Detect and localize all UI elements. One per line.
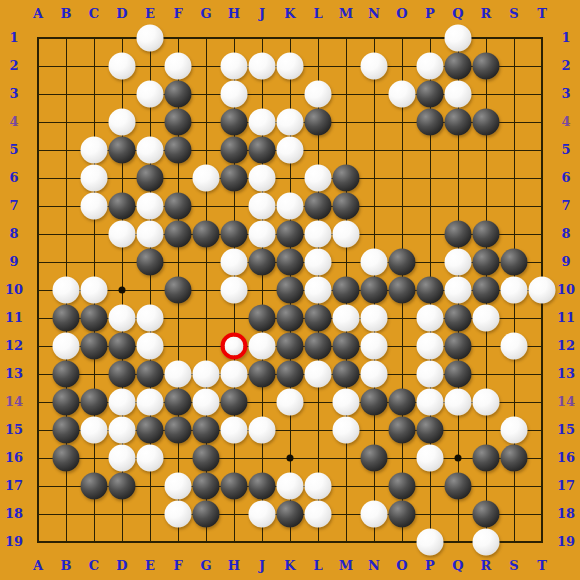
- stone[interactable]: [389, 417, 416, 444]
- stone[interactable]: [445, 25, 472, 52]
- stone[interactable]: [221, 361, 248, 388]
- stone[interactable]: [221, 221, 248, 248]
- stone[interactable]: [137, 25, 164, 52]
- stone[interactable]: [277, 473, 304, 500]
- stone[interactable]: [53, 305, 80, 332]
- stone[interactable]: [277, 305, 304, 332]
- stone[interactable]: [417, 389, 444, 416]
- stone[interactable]: [445, 221, 472, 248]
- stone[interactable]: [109, 445, 136, 472]
- stone[interactable]: [305, 333, 332, 360]
- stone[interactable]: [221, 277, 248, 304]
- stone[interactable]: [193, 417, 220, 444]
- row-label-right-11: 11: [554, 310, 578, 326]
- stone[interactable]: [277, 249, 304, 276]
- row-label-right-17: 17: [554, 478, 578, 494]
- stone[interactable]: [333, 165, 360, 192]
- stone[interactable]: [137, 165, 164, 192]
- stone[interactable]: [333, 221, 360, 248]
- stone[interactable]: [137, 389, 164, 416]
- stone[interactable]: [249, 361, 276, 388]
- stone[interactable]: [137, 221, 164, 248]
- row-label-right-4: 4: [554, 114, 578, 130]
- col-label-top-J: J: [250, 6, 274, 22]
- stone[interactable]: [305, 81, 332, 108]
- row-label-right-10: 10: [554, 282, 578, 298]
- stone[interactable]: [501, 249, 528, 276]
- row-label-right-2: 2: [554, 58, 578, 74]
- stone[interactable]: [445, 81, 472, 108]
- stone[interactable]: [473, 53, 500, 80]
- stone[interactable]: [221, 165, 248, 192]
- stone[interactable]: [277, 53, 304, 80]
- stone[interactable]: [389, 389, 416, 416]
- stone[interactable]: [361, 249, 388, 276]
- stone[interactable]: [305, 109, 332, 136]
- col-label-top-C: C: [82, 6, 106, 22]
- stone[interactable]: [81, 417, 108, 444]
- stone[interactable]: [221, 249, 248, 276]
- stone[interactable]: [417, 277, 444, 304]
- row-label-left-4: 4: [2, 114, 26, 130]
- stone[interactable]: [193, 165, 220, 192]
- row-label-left-12: 12: [2, 338, 26, 354]
- stone[interactable]: [249, 305, 276, 332]
- row-label-right-18: 18: [554, 506, 578, 522]
- stone[interactable]: [305, 361, 332, 388]
- stone[interactable]: [333, 389, 360, 416]
- stone[interactable]: [277, 361, 304, 388]
- col-label-bottom-S: S: [502, 558, 526, 574]
- stone[interactable]: [193, 473, 220, 500]
- stone[interactable]: [249, 473, 276, 500]
- row-label-left-10: 10: [2, 282, 26, 298]
- stone[interactable]: [305, 165, 332, 192]
- stone[interactable]: [417, 333, 444, 360]
- stone[interactable]: [501, 445, 528, 472]
- stone[interactable]: [249, 417, 276, 444]
- stone[interactable]: [221, 53, 248, 80]
- stone[interactable]: [417, 53, 444, 80]
- stone[interactable]: [501, 417, 528, 444]
- row-label-left-13: 13: [2, 366, 26, 382]
- stone[interactable]: [361, 501, 388, 528]
- col-label-top-S: S: [502, 6, 526, 22]
- stone[interactable]: [333, 277, 360, 304]
- row-label-right-16: 16: [554, 450, 578, 466]
- stone[interactable]: [473, 389, 500, 416]
- stone[interactable]: [165, 473, 192, 500]
- row-label-right-19: 19: [554, 534, 578, 550]
- stone[interactable]: [109, 333, 136, 360]
- stone[interactable]: [109, 305, 136, 332]
- col-label-bottom-E: E: [138, 558, 162, 574]
- stone[interactable]: [445, 333, 472, 360]
- stone[interactable]: [221, 473, 248, 500]
- star-point-Q16: [455, 455, 462, 462]
- col-label-top-B: B: [54, 6, 78, 22]
- stone[interactable]: [417, 109, 444, 136]
- stone[interactable]: [361, 333, 388, 360]
- stone[interactable]: [473, 109, 500, 136]
- stone[interactable]: [165, 361, 192, 388]
- stone[interactable]: [361, 389, 388, 416]
- row-label-left-15: 15: [2, 422, 26, 438]
- row-label-right-9: 9: [554, 254, 578, 270]
- stone[interactable]: [249, 193, 276, 220]
- stone[interactable]: [109, 221, 136, 248]
- stone[interactable]: [305, 305, 332, 332]
- stone[interactable]: [473, 249, 500, 276]
- stone[interactable]: [137, 137, 164, 164]
- stone[interactable]: [53, 389, 80, 416]
- stone[interactable]: [193, 501, 220, 528]
- stone[interactable]: [137, 333, 164, 360]
- col-label-top-E: E: [138, 6, 162, 22]
- col-label-top-T: T: [530, 6, 554, 22]
- col-label-top-Q: Q: [446, 6, 470, 22]
- stone[interactable]: [389, 249, 416, 276]
- col-label-bottom-L: L: [306, 558, 330, 574]
- stone[interactable]: [81, 137, 108, 164]
- row-label-right-5: 5: [554, 142, 578, 158]
- col-label-top-L: L: [306, 6, 330, 22]
- stone[interactable]: [417, 361, 444, 388]
- col-label-top-P: P: [418, 6, 442, 22]
- stone[interactable]: [417, 81, 444, 108]
- row-label-right-15: 15: [554, 422, 578, 438]
- stone[interactable]: [249, 501, 276, 528]
- col-label-bottom-A: A: [26, 558, 50, 574]
- stone[interactable]: [445, 305, 472, 332]
- row-label-right-13: 13: [554, 366, 578, 382]
- stone[interactable]: [333, 333, 360, 360]
- stone[interactable]: [53, 361, 80, 388]
- row-label-left-11: 11: [2, 310, 26, 326]
- stone[interactable]: [473, 305, 500, 332]
- stone[interactable]: [249, 165, 276, 192]
- stone[interactable]: [165, 277, 192, 304]
- stone[interactable]: [277, 389, 304, 416]
- col-label-bottom-P: P: [418, 558, 442, 574]
- stone[interactable]: [249, 221, 276, 248]
- stone[interactable]: [193, 361, 220, 388]
- stone[interactable]: [249, 109, 276, 136]
- stone[interactable]: [417, 529, 444, 556]
- last-move-stone[interactable]: [221, 333, 248, 360]
- col-label-bottom-C: C: [82, 558, 106, 574]
- stone[interactable]: [81, 277, 108, 304]
- row-label-right-6: 6: [554, 170, 578, 186]
- col-label-bottom-R: R: [474, 558, 498, 574]
- stone[interactable]: [473, 277, 500, 304]
- stone[interactable]: [277, 193, 304, 220]
- col-label-bottom-B: B: [54, 558, 78, 574]
- stone[interactable]: [277, 333, 304, 360]
- stone[interactable]: [333, 361, 360, 388]
- stone[interactable]: [529, 277, 556, 304]
- stone[interactable]: [277, 109, 304, 136]
- stone[interactable]: [473, 445, 500, 472]
- col-label-top-R: R: [474, 6, 498, 22]
- stone[interactable]: [165, 53, 192, 80]
- stone[interactable]: [361, 445, 388, 472]
- stone[interactable]: [165, 109, 192, 136]
- stone[interactable]: [473, 221, 500, 248]
- stone[interactable]: [137, 305, 164, 332]
- stone[interactable]: [137, 193, 164, 220]
- stone[interactable]: [165, 221, 192, 248]
- col-label-top-F: F: [166, 6, 190, 22]
- stone[interactable]: [109, 193, 136, 220]
- stone[interactable]: [417, 305, 444, 332]
- stone[interactable]: [81, 165, 108, 192]
- stone[interactable]: [81, 333, 108, 360]
- stone[interactable]: [165, 81, 192, 108]
- stone[interactable]: [389, 81, 416, 108]
- stone[interactable]: [501, 333, 528, 360]
- stone[interactable]: [221, 81, 248, 108]
- star-point-K16: [287, 455, 294, 462]
- col-label-bottom-O: O: [390, 558, 414, 574]
- col-label-top-O: O: [390, 6, 414, 22]
- stone[interactable]: [165, 137, 192, 164]
- row-label-left-1: 1: [2, 30, 26, 46]
- stone[interactable]: [109, 109, 136, 136]
- stone[interactable]: [473, 529, 500, 556]
- stone[interactable]: [445, 249, 472, 276]
- stone[interactable]: [277, 501, 304, 528]
- stone[interactable]: [305, 249, 332, 276]
- col-label-bottom-J: J: [250, 558, 274, 574]
- stone[interactable]: [165, 417, 192, 444]
- stone[interactable]: [249, 53, 276, 80]
- row-label-left-17: 17: [2, 478, 26, 494]
- col-label-top-K: K: [278, 6, 302, 22]
- stone[interactable]: [305, 277, 332, 304]
- row-label-right-12: 12: [554, 338, 578, 354]
- col-label-bottom-D: D: [110, 558, 134, 574]
- col-label-bottom-T: T: [530, 558, 554, 574]
- stone[interactable]: [109, 137, 136, 164]
- row-label-left-14: 14: [2, 394, 26, 410]
- col-label-top-G: G: [194, 6, 218, 22]
- row-label-left-8: 8: [2, 226, 26, 242]
- stone[interactable]: [305, 473, 332, 500]
- stone[interactable]: [109, 417, 136, 444]
- row-label-left-7: 7: [2, 198, 26, 214]
- stone[interactable]: [221, 417, 248, 444]
- stone[interactable]: [277, 221, 304, 248]
- stone[interactable]: [221, 137, 248, 164]
- stone[interactable]: [249, 249, 276, 276]
- row-label-left-16: 16: [2, 450, 26, 466]
- stone[interactable]: [249, 137, 276, 164]
- stone[interactable]: [109, 53, 136, 80]
- stone[interactable]: [445, 109, 472, 136]
- stone[interactable]: [501, 277, 528, 304]
- col-label-top-A: A: [26, 6, 50, 22]
- row-label-left-19: 19: [2, 534, 26, 550]
- stone[interactable]: [445, 277, 472, 304]
- stone[interactable]: [361, 361, 388, 388]
- stone[interactable]: [193, 445, 220, 472]
- stone[interactable]: [221, 109, 248, 136]
- stone[interactable]: [137, 361, 164, 388]
- stone[interactable]: [277, 137, 304, 164]
- stone[interactable]: [417, 445, 444, 472]
- stone[interactable]: [417, 417, 444, 444]
- stone[interactable]: [53, 417, 80, 444]
- col-label-top-N: N: [362, 6, 386, 22]
- stone[interactable]: [221, 389, 248, 416]
- row-label-left-5: 5: [2, 142, 26, 158]
- row-label-left-2: 2: [2, 58, 26, 74]
- stone[interactable]: [53, 445, 80, 472]
- row-label-right-7: 7: [554, 198, 578, 214]
- go-board-screen: AABBCCDDEEFFGGHHJJKKLLMMNNOOPPQQRRSSTT11…: [0, 0, 580, 580]
- stone[interactable]: [137, 249, 164, 276]
- stone[interactable]: [333, 417, 360, 444]
- stone[interactable]: [389, 277, 416, 304]
- col-label-bottom-F: F: [166, 558, 190, 574]
- row-label-right-1: 1: [554, 30, 578, 46]
- col-label-top-D: D: [110, 6, 134, 22]
- stone[interactable]: [137, 417, 164, 444]
- row-label-right-3: 3: [554, 86, 578, 102]
- row-label-right-14: 14: [554, 394, 578, 410]
- stone[interactable]: [53, 333, 80, 360]
- stone[interactable]: [305, 501, 332, 528]
- stone[interactable]: [165, 193, 192, 220]
- stone[interactable]: [81, 389, 108, 416]
- col-label-bottom-Q: Q: [446, 558, 470, 574]
- stone[interactable]: [389, 473, 416, 500]
- stone[interactable]: [165, 389, 192, 416]
- stone[interactable]: [361, 53, 388, 80]
- row-label-right-8: 8: [554, 226, 578, 242]
- stone[interactable]: [445, 473, 472, 500]
- stone[interactable]: [137, 81, 164, 108]
- col-label-top-M: M: [334, 6, 358, 22]
- row-label-left-6: 6: [2, 170, 26, 186]
- col-label-bottom-N: N: [362, 558, 386, 574]
- stone[interactable]: [361, 277, 388, 304]
- col-label-bottom-K: K: [278, 558, 302, 574]
- stone[interactable]: [81, 193, 108, 220]
- stone[interactable]: [249, 333, 276, 360]
- star-point-D10: [119, 287, 126, 294]
- col-label-bottom-H: H: [222, 558, 246, 574]
- stone[interactable]: [277, 277, 304, 304]
- row-label-left-9: 9: [2, 254, 26, 270]
- stone[interactable]: [53, 277, 80, 304]
- stone[interactable]: [445, 361, 472, 388]
- stone[interactable]: [137, 445, 164, 472]
- row-label-left-18: 18: [2, 506, 26, 522]
- col-label-top-H: H: [222, 6, 246, 22]
- stone[interactable]: [333, 193, 360, 220]
- row-label-left-3: 3: [2, 86, 26, 102]
- stone[interactable]: [165, 501, 192, 528]
- col-label-bottom-M: M: [334, 558, 358, 574]
- stone[interactable]: [193, 221, 220, 248]
- stone[interactable]: [389, 501, 416, 528]
- col-label-bottom-G: G: [194, 558, 218, 574]
- stone[interactable]: [193, 389, 220, 416]
- stone[interactable]: [305, 221, 332, 248]
- stone[interactable]: [81, 473, 108, 500]
- stone[interactable]: [445, 389, 472, 416]
- stone[interactable]: [81, 305, 108, 332]
- stone[interactable]: [473, 501, 500, 528]
- stone[interactable]: [109, 361, 136, 388]
- stone[interactable]: [445, 53, 472, 80]
- stone[interactable]: [109, 389, 136, 416]
- stone[interactable]: [305, 193, 332, 220]
- stone[interactable]: [109, 473, 136, 500]
- stone[interactable]: [361, 305, 388, 332]
- stone[interactable]: [333, 305, 360, 332]
